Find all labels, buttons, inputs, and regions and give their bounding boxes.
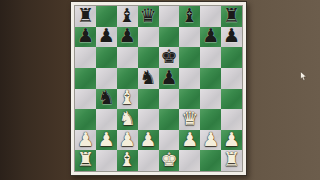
square-e6[interactable]: ♚ — [159, 47, 180, 68]
square-a1[interactable]: ♜ — [75, 150, 96, 171]
square-d4[interactable] — [138, 89, 159, 110]
black-pawn: ♟ — [223, 27, 240, 46]
square-b2[interactable]: ♟ — [96, 130, 117, 151]
black-pawn: ♟ — [119, 27, 136, 46]
square-h7[interactable]: ♟ — [221, 27, 242, 48]
square-b7[interactable]: ♟ — [96, 27, 117, 48]
square-g5[interactable] — [200, 68, 221, 89]
square-e3[interactable] — [159, 109, 180, 130]
square-h6[interactable] — [221, 47, 242, 68]
square-c2[interactable]: ♟ — [117, 130, 138, 151]
square-c3[interactable]: ♞ — [117, 109, 138, 130]
square-f2[interactable]: ♟ — [179, 130, 200, 151]
square-e1[interactable]: ♚ — [159, 150, 180, 171]
chess-board: ♜♝♛♝♜♟♟♟♟♟♚♞♟♞♝♞♛♟♟♟♟♟♟♟♜♝♚♜ — [70, 1, 247, 176]
video-frame: ♜♝♛♝♜♟♟♟♟♟♚♞♟♞♝♞♛♟♟♟♟♟♟♟♜♝♚♜ — [0, 0, 320, 180]
white-king: ♚ — [160, 150, 177, 169]
square-b1[interactable] — [96, 150, 117, 171]
square-c7[interactable]: ♟ — [117, 27, 138, 48]
square-d8[interactable]: ♛ — [138, 6, 159, 27]
square-h2[interactable]: ♟ — [221, 130, 242, 151]
white-pawn: ♟ — [223, 130, 240, 149]
square-a4[interactable] — [75, 89, 96, 110]
square-c4[interactable]: ♝ — [117, 89, 138, 110]
square-f3[interactable]: ♛ — [179, 109, 200, 130]
black-king: ♚ — [160, 47, 177, 66]
square-h1[interactable]: ♜ — [221, 150, 242, 171]
black-rook: ♜ — [77, 6, 94, 25]
square-g8[interactable] — [200, 6, 221, 27]
square-d6[interactable] — [138, 47, 159, 68]
square-g3[interactable] — [200, 109, 221, 130]
square-c8[interactable]: ♝ — [117, 6, 138, 27]
square-a5[interactable] — [75, 68, 96, 89]
white-pawn: ♟ — [77, 130, 94, 149]
black-pawn: ♟ — [77, 27, 94, 46]
square-d7[interactable] — [138, 27, 159, 48]
black-bishop: ♝ — [181, 6, 198, 25]
square-g2[interactable]: ♟ — [200, 130, 221, 151]
black-knight: ♞ — [98, 89, 115, 108]
square-h3[interactable] — [221, 109, 242, 130]
square-f4[interactable] — [179, 89, 200, 110]
square-e7[interactable] — [159, 27, 180, 48]
square-f7[interactable] — [179, 27, 200, 48]
square-d2[interactable]: ♟ — [138, 130, 159, 151]
white-rook: ♜ — [77, 150, 94, 169]
square-e5[interactable]: ♟ — [159, 68, 180, 89]
white-knight: ♞ — [119, 109, 136, 128]
white-bishop: ♝ — [119, 89, 136, 108]
square-f1[interactable] — [179, 150, 200, 171]
black-pawn: ♟ — [98, 27, 115, 46]
white-bishop: ♝ — [119, 150, 136, 169]
square-f5[interactable] — [179, 68, 200, 89]
square-a6[interactable] — [75, 47, 96, 68]
square-b5[interactable] — [96, 68, 117, 89]
black-bishop: ♝ — [119, 6, 136, 25]
white-queen: ♛ — [181, 109, 198, 128]
white-pawn: ♟ — [119, 130, 136, 149]
square-f8[interactable]: ♝ — [179, 6, 200, 27]
square-c6[interactable] — [117, 47, 138, 68]
square-h5[interactable] — [221, 68, 242, 89]
white-pawn: ♟ — [140, 130, 157, 149]
square-a2[interactable]: ♟ — [75, 130, 96, 151]
square-b4[interactable]: ♞ — [96, 89, 117, 110]
square-e2[interactable] — [159, 130, 180, 151]
white-pawn: ♟ — [181, 130, 198, 149]
square-h4[interactable] — [221, 89, 242, 110]
black-pawn: ♟ — [202, 27, 219, 46]
square-d1[interactable] — [138, 150, 159, 171]
square-e4[interactable] — [159, 89, 180, 110]
square-g4[interactable] — [200, 89, 221, 110]
square-f6[interactable] — [179, 47, 200, 68]
black-queen: ♛ — [140, 6, 157, 25]
square-g1[interactable] — [200, 150, 221, 171]
square-b8[interactable] — [96, 6, 117, 27]
black-knight: ♞ — [140, 68, 157, 87]
square-a3[interactable] — [75, 109, 96, 130]
square-b3[interactable] — [96, 109, 117, 130]
square-g7[interactable]: ♟ — [200, 27, 221, 48]
white-pawn: ♟ — [98, 130, 115, 149]
board-grid: ♜♝♛♝♜♟♟♟♟♟♚♞♟♞♝♞♛♟♟♟♟♟♟♟♜♝♚♜ — [75, 6, 242, 171]
square-d5[interactable]: ♞ — [138, 68, 159, 89]
white-pawn: ♟ — [202, 130, 219, 149]
square-g6[interactable] — [200, 47, 221, 68]
mouse-cursor — [300, 67, 308, 78]
white-rook: ♜ — [223, 150, 240, 169]
black-rook: ♜ — [223, 6, 240, 25]
square-d3[interactable] — [138, 109, 159, 130]
square-h8[interactable]: ♜ — [221, 6, 242, 27]
square-c5[interactable] — [117, 68, 138, 89]
square-a8[interactable]: ♜ — [75, 6, 96, 27]
square-c1[interactable]: ♝ — [117, 150, 138, 171]
square-a7[interactable]: ♟ — [75, 27, 96, 48]
square-b6[interactable] — [96, 47, 117, 68]
square-e8[interactable] — [159, 6, 180, 27]
black-pawn: ♟ — [160, 68, 177, 87]
